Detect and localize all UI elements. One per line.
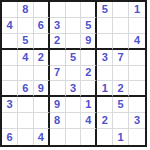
sudoku-cell-empty[interactable] xyxy=(18,66,34,82)
sudoku-cell-given[interactable]: 2 xyxy=(97,113,113,129)
sudoku-cell-empty[interactable] xyxy=(129,97,145,113)
sudoku-cell-given[interactable]: 3 xyxy=(2,97,18,113)
sudoku-cell-empty[interactable] xyxy=(50,129,66,145)
sudoku-cell-given[interactable]: 6 xyxy=(2,129,18,145)
sudoku-cell-empty[interactable] xyxy=(129,50,145,66)
sudoku-cell-given[interactable]: 1 xyxy=(129,2,145,18)
sudoku-cell-empty[interactable] xyxy=(66,2,82,18)
sudoku-cell-given[interactable]: 1 xyxy=(97,81,113,97)
sudoku-cell-given[interactable]: 6 xyxy=(18,81,34,97)
sudoku-cell-given[interactable]: 7 xyxy=(113,50,129,66)
sudoku-cell-given[interactable]: 7 xyxy=(50,66,66,82)
sudoku-cell-given[interactable]: 5 xyxy=(97,2,113,18)
sudoku-cell-empty[interactable] xyxy=(50,50,66,66)
sudoku-cell-empty[interactable] xyxy=(113,34,129,50)
sudoku-cell-empty[interactable] xyxy=(18,129,34,145)
sudoku-cell-empty[interactable] xyxy=(66,34,82,50)
sudoku-cell-empty[interactable] xyxy=(97,97,113,113)
sudoku-cell-empty[interactable] xyxy=(2,2,18,18)
sudoku-cell-given[interactable]: 5 xyxy=(66,50,82,66)
sudoku-cell-given[interactable]: 2 xyxy=(81,66,97,82)
sudoku-cell-given[interactable]: 3 xyxy=(129,113,145,129)
sudoku-cell-given[interactable]: 4 xyxy=(81,113,97,129)
sudoku-cell-empty[interactable] xyxy=(2,66,18,82)
sudoku-cell-given[interactable]: 8 xyxy=(50,113,66,129)
sudoku-cell-empty[interactable] xyxy=(81,129,97,145)
sudoku-cell-empty[interactable] xyxy=(2,50,18,66)
sudoku-cell-given[interactable]: 9 xyxy=(81,34,97,50)
sudoku-cell-given[interactable]: 5 xyxy=(81,18,97,34)
sudoku-cell-empty[interactable] xyxy=(66,113,82,129)
sudoku-cell-empty[interactable] xyxy=(97,34,113,50)
sudoku-cell-given[interactable]: 4 xyxy=(2,18,18,34)
sudoku-cell-empty[interactable] xyxy=(66,129,82,145)
sudoku-cell-empty[interactable] xyxy=(97,18,113,34)
sudoku-cell-empty[interactable] xyxy=(113,66,129,82)
sudoku-cell-given[interactable]: 6 xyxy=(34,18,50,34)
sudoku-cell-empty[interactable] xyxy=(129,129,145,145)
sudoku-cell-given[interactable]: 3 xyxy=(50,18,66,34)
sudoku-cell-given[interactable]: 8 xyxy=(18,2,34,18)
sudoku-cell-given[interactable]: 4 xyxy=(18,50,34,66)
sudoku-cell-empty[interactable] xyxy=(113,2,129,18)
sudoku-cell-empty[interactable] xyxy=(34,97,50,113)
sudoku-cell-given[interactable]: 2 xyxy=(34,50,50,66)
sudoku-cell-given[interactable]: 1 xyxy=(81,97,97,113)
sudoku-cell-empty[interactable] xyxy=(113,113,129,129)
sudoku-cell-empty[interactable] xyxy=(113,18,129,34)
sudoku-cell-empty[interactable] xyxy=(129,18,145,34)
sudoku-cell-empty[interactable] xyxy=(129,66,145,82)
sudoku-cell-empty[interactable] xyxy=(129,81,145,97)
sudoku-cell-empty[interactable] xyxy=(97,66,113,82)
sudoku-cell-given[interactable]: 1 xyxy=(113,129,129,145)
sudoku-cell-given[interactable]: 9 xyxy=(34,81,50,97)
sudoku-cell-empty[interactable] xyxy=(50,81,66,97)
sudoku-cell-given[interactable]: 9 xyxy=(50,97,66,113)
sudoku-cell-empty[interactable] xyxy=(34,2,50,18)
sudoku-cell-empty[interactable] xyxy=(66,97,82,113)
sudoku-cell-empty[interactable] xyxy=(18,113,34,129)
sudoku-cell-empty[interactable] xyxy=(2,113,18,129)
sudoku-cell-given[interactable]: 5 xyxy=(18,34,34,50)
sudoku-cell-empty[interactable] xyxy=(81,2,97,18)
sudoku-cell-given[interactable]: 2 xyxy=(50,34,66,50)
sudoku-cell-empty[interactable] xyxy=(81,50,97,66)
sudoku-board: 8514635529442537726931239158423641 xyxy=(0,0,147,147)
sudoku-cell-given[interactable]: 5 xyxy=(113,97,129,113)
sudoku-cell-empty[interactable] xyxy=(18,18,34,34)
sudoku-cell-empty[interactable] xyxy=(34,113,50,129)
sudoku-cell-empty[interactable] xyxy=(2,34,18,50)
sudoku-cell-empty[interactable] xyxy=(34,34,50,50)
sudoku-cell-empty[interactable] xyxy=(50,2,66,18)
sudoku-cell-empty[interactable] xyxy=(97,129,113,145)
sudoku-cell-empty[interactable] xyxy=(2,81,18,97)
sudoku-cell-given[interactable]: 4 xyxy=(129,34,145,50)
sudoku-cell-given[interactable]: 3 xyxy=(66,81,82,97)
sudoku-cell-given[interactable]: 4 xyxy=(34,129,50,145)
sudoku-cell-empty[interactable] xyxy=(34,66,50,82)
sudoku-cell-empty[interactable] xyxy=(18,97,34,113)
sudoku-cell-given[interactable]: 3 xyxy=(97,50,113,66)
sudoku-cell-empty[interactable] xyxy=(81,81,97,97)
sudoku-cell-empty[interactable] xyxy=(66,18,82,34)
sudoku-cell-empty[interactable] xyxy=(66,66,82,82)
sudoku-cell-given[interactable]: 2 xyxy=(113,81,129,97)
